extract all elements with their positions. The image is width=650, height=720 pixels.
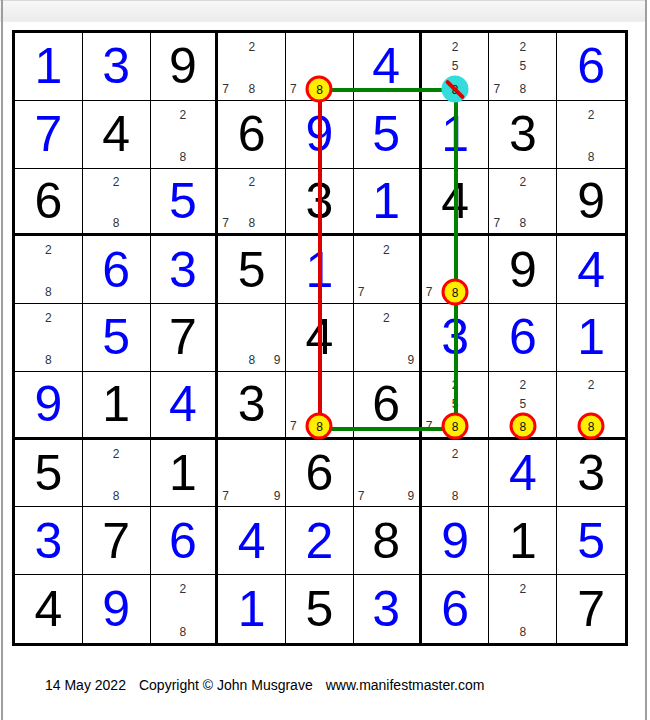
cell-r4c9[interactable]: 4: [557, 236, 625, 304]
cell-r5c8[interactable]: 6: [489, 304, 557, 372]
cell-r7c1[interactable]: 5: [15, 440, 83, 508]
solved-digit: 5: [354, 101, 419, 168]
cell-r3c4[interactable]: 278: [218, 169, 286, 237]
candidate-7: 7: [426, 286, 433, 298]
cell-r9c9[interactable]: 7: [557, 575, 625, 643]
footer-date: 14 May 2022: [45, 677, 126, 693]
candidate-9: 9: [408, 490, 415, 502]
candidate-7: 7: [426, 420, 433, 432]
candidate-2: 2: [248, 41, 255, 53]
cell-r5c7[interactable]: 3: [422, 304, 490, 372]
candidate-8: 8: [180, 626, 187, 638]
eliminated-candidate-r1c7: 8: [442, 76, 469, 103]
candidate-9: 9: [274, 490, 281, 502]
cell-r3c1[interactable]: 6: [15, 169, 83, 237]
cell-r8c6[interactable]: 8: [354, 507, 422, 575]
cell-r9c3[interactable]: 28: [151, 575, 219, 643]
given-digit: 7: [557, 575, 625, 643]
solved-digit: 7: [15, 101, 82, 168]
cell-r2c5[interactable]: 9: [286, 101, 354, 169]
candidate-9: 9: [274, 354, 281, 366]
footer: 14 May 2022 Copyright © John Musgrave ww…: [45, 677, 484, 693]
candidate-2: 2: [383, 244, 390, 256]
cell-r5c2[interactable]: 5: [83, 304, 151, 372]
candidate-7: 7: [222, 490, 229, 502]
candidate-8: 8: [248, 354, 255, 366]
cell-r3c9[interactable]: 9: [557, 169, 625, 237]
cell-r2c7[interactable]: 1: [422, 101, 490, 169]
cell-r6c5[interactable]: 78: [286, 372, 354, 440]
cell-r4c4[interactable]: 5: [218, 236, 286, 304]
solved-digit: 6: [151, 507, 216, 574]
given-digit: 4: [83, 101, 150, 168]
candidate-7: 7: [290, 83, 297, 95]
solved-digit: 1: [557, 304, 625, 371]
given-digit: 3: [218, 372, 285, 437]
given-digit: 9: [151, 33, 216, 100]
candidate-7: 7: [290, 420, 297, 432]
given-digit: 4: [286, 304, 353, 371]
cell-r1c3[interactable]: 9: [151, 33, 219, 101]
cell-r5c6[interactable]: 29: [354, 304, 422, 372]
candidate-2: 2: [248, 176, 255, 188]
cell-r5c3[interactable]: 7: [151, 304, 219, 372]
given-digit: 1: [151, 440, 216, 507]
candidate-2: 2: [180, 583, 187, 595]
cell-r1c5[interactable]: 78: [286, 33, 354, 101]
candidate-2: 2: [180, 109, 187, 121]
cell-r1c2[interactable]: 3: [83, 33, 151, 101]
candidate-8: 8: [519, 83, 526, 95]
candidate-2: 2: [519, 176, 526, 188]
candidate-7: 7: [358, 286, 365, 298]
chain-node-r6c9: 8: [578, 413, 605, 440]
solved-digit: 6: [422, 575, 489, 643]
footer-copyright: Copyright © John Musgrave: [139, 677, 313, 693]
cell-r2c2[interactable]: 4: [83, 101, 151, 169]
given-digit: 7: [151, 304, 216, 371]
solved-digit: 3: [354, 575, 419, 643]
solved-digit: 9: [422, 507, 489, 574]
cell-r9c8[interactable]: 28: [489, 575, 557, 643]
cell-r1c7[interactable]: 258: [422, 33, 490, 101]
cell-r2c8[interactable]: 3: [489, 101, 557, 169]
candidate-2: 2: [519, 379, 526, 391]
candidate-2: 2: [45, 244, 52, 256]
cell-r1c6[interactable]: 4: [354, 33, 422, 101]
cell-r7c3[interactable]: 1: [151, 440, 219, 508]
chain-node-r6c8: 8: [509, 413, 536, 440]
cell-r7c9[interactable]: 3: [557, 440, 625, 508]
cell-r6c3[interactable]: 4: [151, 372, 219, 440]
candidate-2: 2: [383, 312, 390, 324]
candidate-2: 2: [519, 41, 526, 53]
cell-r4c2[interactable]: 6: [83, 236, 151, 304]
cell-r6c9[interactable]: 28: [557, 372, 625, 440]
solved-digit: 9: [83, 575, 150, 643]
cell-r8c3[interactable]: 6: [151, 507, 219, 575]
candidate-2: 2: [452, 379, 459, 391]
given-digit: 5: [286, 575, 353, 643]
candidate-2: 2: [45, 312, 52, 324]
given-digit: 6: [15, 169, 82, 234]
cell-r1c9[interactable]: 6: [557, 33, 625, 101]
candidate-2: 2: [452, 448, 459, 460]
candidate-5: 5: [452, 60, 459, 72]
cell-r4c6[interactable]: 27: [354, 236, 422, 304]
chain-node-r6c7: 8: [442, 413, 469, 440]
candidate-2: 2: [113, 448, 120, 460]
candidate-8: 8: [519, 626, 526, 638]
cell-r8c7[interactable]: 9: [422, 507, 490, 575]
given-digit: 6: [354, 372, 419, 437]
cell-r6c4[interactable]: 3: [218, 372, 286, 440]
candidate-8: 8: [248, 217, 255, 229]
solved-digit: 1: [354, 169, 419, 234]
cell-r9c6[interactable]: 3: [354, 575, 422, 643]
candidate-7: 7: [358, 490, 365, 502]
cell-r5c5[interactable]: 4: [286, 304, 354, 372]
cell-r2c9[interactable]: 28: [557, 101, 625, 169]
candidate-5: 5: [452, 398, 459, 410]
cell-r9c1[interactable]: 4: [15, 575, 83, 643]
candidate-7: 7: [222, 217, 229, 229]
candidate-2: 2: [452, 41, 459, 53]
cell-r4c1[interactable]: 28: [15, 236, 83, 304]
cell-r6c2[interactable]: 1: [83, 372, 151, 440]
window-titlebar: [0, 0, 646, 22]
cell-r7c4[interactable]: 79: [218, 440, 286, 508]
given-digit: 5: [218, 236, 285, 303]
cell-r4c5[interactable]: 1: [286, 236, 354, 304]
elimination-slash-icon: [445, 79, 466, 100]
cell-r7c6[interactable]: 79: [354, 440, 422, 508]
candidate-7: 7: [222, 83, 229, 95]
cell-r5c9[interactable]: 1: [557, 304, 625, 372]
given-digit: 7: [83, 507, 150, 574]
candidate-7: 7: [493, 83, 500, 95]
given-digit: 4: [15, 575, 82, 643]
given-digit: 3: [557, 440, 625, 507]
given-digit: 3: [286, 169, 353, 234]
given-digit: 5: [15, 440, 82, 507]
candidate-8: 8: [588, 151, 595, 163]
solved-digit: 6: [83, 236, 150, 303]
cell-r7c8[interactable]: 4: [489, 440, 557, 508]
chain-node-r4c7: 8: [442, 279, 469, 306]
solved-digit: 1: [218, 575, 285, 643]
cell-r5c1[interactable]: 28: [15, 304, 83, 372]
solved-digit: 4: [557, 236, 625, 303]
cell-r7c5[interactable]: 6: [286, 440, 354, 508]
solved-digit: 2: [286, 507, 353, 574]
candidate-8: 8: [113, 490, 120, 502]
cell-r3c8[interactable]: 278: [489, 169, 557, 237]
solved-digit: 6: [557, 33, 625, 100]
cell-r2c4[interactable]: 6: [218, 101, 286, 169]
chain-node-r1c5: 8: [306, 76, 333, 103]
footer-website[interactable]: www.manifestmaster.com: [326, 677, 485, 693]
cell-r4c3[interactable]: 3: [151, 236, 219, 304]
cell-r8c2[interactable]: 7: [83, 507, 151, 575]
given-digit: 1: [489, 507, 556, 574]
solved-digit: 4: [218, 507, 285, 574]
cell-r9c4[interactable]: 1: [218, 575, 286, 643]
given-digit: 3: [489, 101, 556, 168]
cell-r9c2[interactable]: 9: [83, 575, 151, 643]
cell-r8c8[interactable]: 1: [489, 507, 557, 575]
cell-r2c3[interactable]: 28: [151, 101, 219, 169]
candidate-8: 8: [519, 217, 526, 229]
solved-digit: 1: [422, 101, 489, 168]
cell-r9c7[interactable]: 6: [422, 575, 490, 643]
solved-digit: 3: [151, 236, 216, 303]
cell-r3c7[interactable]: 4: [422, 169, 490, 237]
candidate-9: 9: [408, 354, 415, 366]
candidate-5: 5: [519, 60, 526, 72]
candidate-8: 8: [45, 354, 52, 366]
solved-digit: 1: [15, 33, 82, 100]
solved-digit: 3: [15, 507, 82, 574]
candidate-2: 2: [588, 379, 595, 391]
sudoku-board: 1392787842582578674286951328628527831427…: [12, 30, 628, 646]
cell-r7c7[interactable]: 28: [422, 440, 490, 508]
cell-r2c1[interactable]: 7: [15, 101, 83, 169]
given-digit: 6: [286, 440, 353, 507]
cell-r5c4[interactable]: 89: [218, 304, 286, 372]
cell-r8c1[interactable]: 3: [15, 507, 83, 575]
cell-r9c5[interactable]: 5: [286, 575, 354, 643]
cell-r2c6[interactable]: 5: [354, 101, 422, 169]
cell-r6c6[interactable]: 6: [354, 372, 422, 440]
cell-r4c8[interactable]: 9: [489, 236, 557, 304]
cell-r7c2[interactable]: 28: [83, 440, 151, 508]
solved-digit: 3: [422, 304, 489, 371]
candidate-2: 2: [519, 583, 526, 595]
given-digit: 9: [489, 236, 556, 303]
cell-r1c1[interactable]: 1: [15, 33, 83, 101]
cell-r1c8[interactable]: 2578: [489, 33, 557, 101]
cell-r3c6[interactable]: 1: [354, 169, 422, 237]
solved-digit: 3: [83, 33, 150, 100]
cell-r3c2[interactable]: 28: [83, 169, 151, 237]
window-border-left: [1, 0, 3, 720]
given-digit: 8: [354, 507, 419, 574]
candidate-2: 2: [113, 176, 120, 188]
given-digit: 9: [557, 169, 625, 234]
solved-digit: 9: [286, 101, 353, 168]
given-digit: 1: [83, 372, 150, 437]
cell-r3c3[interactable]: 5: [151, 169, 219, 237]
sudoku-app-window: 1392787842582578674286951328628527831427…: [0, 0, 650, 720]
candidate-7: 7: [493, 217, 500, 229]
cell-r1c4[interactable]: 278: [218, 33, 286, 101]
candidate-8: 8: [248, 83, 255, 95]
solved-digit: 9: [15, 372, 82, 437]
candidate-8: 8: [113, 217, 120, 229]
candidate-8: 8: [452, 490, 459, 502]
cell-r4c7[interactable]: 78: [422, 236, 490, 304]
given-digit: 4: [422, 169, 489, 234]
cell-r6c7[interactable]: 2578: [422, 372, 490, 440]
solved-digit: 5: [83, 304, 150, 371]
solved-digit: 1: [286, 236, 353, 303]
cell-r6c8[interactable]: 258: [489, 372, 557, 440]
candidate-8: 8: [180, 151, 187, 163]
cell-r3c5[interactable]: 3: [286, 169, 354, 237]
candidate-8: 8: [45, 286, 52, 298]
candidate-5: 5: [519, 398, 526, 410]
cell-r6c1[interactable]: 9: [15, 372, 83, 440]
candidate-2: 2: [588, 109, 595, 121]
solved-digit: 5: [557, 507, 625, 574]
window-border-right: [645, 0, 647, 720]
solved-digit: 4: [354, 33, 419, 100]
given-digit: 6: [218, 101, 285, 168]
solved-digit: 6: [489, 304, 556, 371]
solved-digit: 5: [151, 169, 216, 234]
chain-node-r6c5: 8: [306, 413, 333, 440]
solved-digit: 4: [489, 440, 556, 507]
cell-r8c4[interactable]: 4: [218, 507, 286, 575]
cell-r8c9[interactable]: 5: [557, 507, 625, 575]
cell-r8c5[interactable]: 2: [286, 507, 354, 575]
solved-digit: 4: [151, 372, 216, 437]
